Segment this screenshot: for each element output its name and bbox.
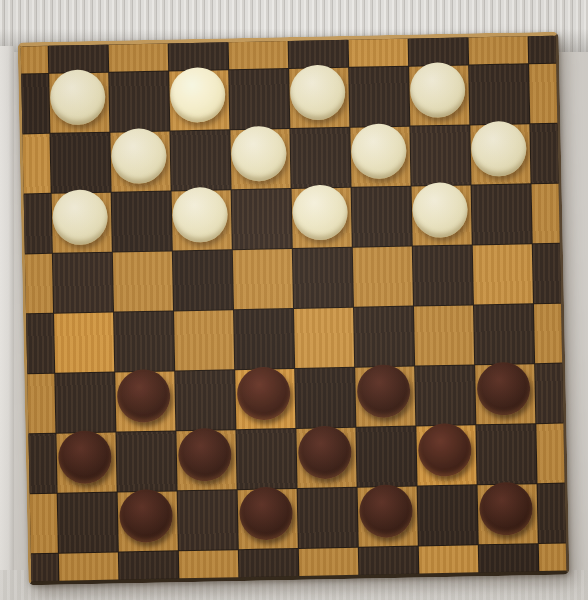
frame-cell	[31, 554, 59, 582]
white-piece-c6[interactable]	[172, 186, 228, 242]
frame-cell	[119, 551, 179, 579]
frame-cell	[26, 314, 54, 374]
square-a6[interactable]	[52, 193, 112, 253]
square-b5[interactable]	[113, 251, 173, 311]
frame-cell	[530, 124, 558, 184]
left-wall-strip	[0, 46, 14, 600]
square-f3[interactable]	[355, 367, 415, 427]
white-piece-e8[interactable]	[289, 64, 345, 120]
frame-cell	[299, 548, 359, 576]
frame-cell	[229, 41, 289, 69]
dark-piece-f3[interactable]	[356, 364, 410, 418]
square-c6[interactable]	[172, 190, 232, 250]
square-f2[interactable]	[356, 427, 416, 487]
square-g4[interactable]	[414, 305, 474, 365]
square-d7[interactable]	[230, 129, 290, 189]
square-h7[interactable]	[470, 124, 530, 184]
frame-cell	[22, 134, 50, 194]
white-piece-c8[interactable]	[169, 66, 225, 122]
frame-cell	[532, 184, 560, 244]
square-a2[interactable]	[56, 433, 116, 493]
square-c7[interactable]	[170, 130, 230, 190]
dark-piece-d3[interactable]	[236, 366, 290, 420]
square-d8[interactable]	[229, 69, 289, 129]
dark-piece-e2[interactable]	[297, 425, 351, 479]
square-h2[interactable]	[476, 424, 536, 484]
frame-cell	[179, 550, 239, 578]
square-d6[interactable]	[232, 189, 292, 249]
dark-piece-f1[interactable]	[359, 484, 413, 538]
white-piece-h7[interactable]	[470, 120, 526, 176]
square-e2[interactable]	[296, 428, 356, 488]
white-piece-f7[interactable]	[350, 123, 406, 179]
dark-piece-a2[interactable]	[57, 430, 111, 484]
square-a5[interactable]	[53, 253, 113, 313]
white-piece-a6[interactable]	[52, 189, 108, 245]
frame-cell	[28, 434, 56, 494]
square-h3[interactable]	[475, 364, 535, 424]
square-g6[interactable]	[412, 185, 472, 245]
square-c2[interactable]	[176, 430, 236, 490]
square-f4[interactable]	[354, 307, 414, 367]
frame-cell	[27, 374, 55, 434]
square-e5[interactable]	[293, 248, 353, 308]
square-b3[interactable]	[115, 371, 175, 431]
square-e4[interactable]	[294, 308, 354, 368]
square-e8[interactable]	[289, 68, 349, 128]
dark-piece-h1[interactable]	[479, 481, 533, 535]
square-c3[interactable]	[175, 370, 235, 430]
square-f6[interactable]	[352, 187, 412, 247]
square-d3[interactable]	[235, 369, 295, 429]
frame-cell	[529, 64, 557, 124]
square-e7[interactable]	[290, 128, 350, 188]
square-g7[interactable]	[410, 125, 470, 185]
dark-piece-b3[interactable]	[116, 369, 170, 423]
frame-cell	[539, 544, 567, 572]
square-d4[interactable]	[234, 309, 294, 369]
frame-cell	[239, 549, 299, 577]
square-g3[interactable]	[415, 365, 475, 425]
square-b4[interactable]	[114, 311, 174, 371]
white-piece-e6[interactable]	[292, 184, 348, 240]
square-f8[interactable]	[349, 67, 409, 127]
square-b8[interactable]	[109, 71, 169, 131]
square-d1[interactable]	[238, 489, 298, 549]
square-h1[interactable]	[478, 484, 538, 544]
square-a3[interactable]	[55, 373, 115, 433]
square-g5[interactable]	[413, 245, 473, 305]
frame-cell	[469, 36, 529, 64]
square-a4[interactable]	[54, 313, 114, 373]
frame-cell	[419, 545, 479, 573]
frame-cell	[21, 74, 49, 134]
frame-cell	[21, 46, 49, 74]
square-d5[interactable]	[233, 249, 293, 309]
square-b7[interactable]	[110, 131, 170, 191]
square-b2[interactable]	[116, 431, 176, 491]
frame-cell	[349, 39, 409, 67]
square-c4[interactable]	[174, 310, 234, 370]
square-h4[interactable]	[474, 304, 534, 364]
frame-cell	[533, 244, 561, 304]
white-piece-a8[interactable]	[49, 69, 105, 125]
checkers-board	[18, 32, 570, 586]
square-b6[interactable]	[112, 191, 172, 251]
square-a7[interactable]	[50, 133, 110, 193]
white-piece-d7[interactable]	[230, 125, 286, 181]
dark-piece-g2[interactable]	[417, 422, 471, 476]
square-g1[interactable]	[418, 485, 478, 545]
square-e1[interactable]	[298, 488, 358, 548]
square-g8[interactable]	[409, 65, 469, 125]
square-a1[interactable]	[58, 493, 118, 553]
frame-cell	[109, 43, 169, 71]
frame-cell	[535, 364, 563, 424]
square-c1[interactable]	[178, 490, 238, 550]
square-h6[interactable]	[472, 184, 532, 244]
square-f1[interactable]	[358, 487, 418, 547]
square-c5[interactable]	[173, 250, 233, 310]
frame-cell	[529, 36, 557, 64]
frame-cell	[24, 194, 52, 254]
white-piece-g6[interactable]	[411, 182, 467, 238]
square-f7[interactable]	[350, 127, 410, 187]
frame-cell	[59, 553, 119, 581]
dark-piece-h3[interactable]	[476, 361, 530, 415]
square-e3[interactable]	[295, 368, 355, 428]
dark-piece-d1[interactable]	[239, 486, 293, 540]
square-b1[interactable]	[118, 491, 178, 551]
square-h5[interactable]	[473, 244, 533, 304]
frame-cell	[479, 544, 539, 572]
frame-cell	[30, 494, 58, 554]
dark-piece-c2[interactable]	[177, 427, 231, 481]
square-c8[interactable]	[169, 70, 229, 130]
white-piece-g8[interactable]	[409, 62, 465, 118]
frame-cell	[534, 304, 562, 364]
square-e6[interactable]	[292, 188, 352, 248]
square-h8[interactable]	[469, 64, 529, 124]
frame-cell	[538, 484, 566, 544]
square-a8[interactable]	[49, 73, 109, 133]
white-piece-b7[interactable]	[110, 128, 166, 184]
dark-piece-b1[interactable]	[119, 488, 173, 542]
frame-cell	[359, 547, 419, 575]
square-d2[interactable]	[236, 429, 296, 489]
square-g2[interactable]	[416, 425, 476, 485]
square-f5[interactable]	[353, 247, 413, 307]
frame-cell	[536, 424, 564, 484]
frame-cell	[25, 254, 53, 314]
